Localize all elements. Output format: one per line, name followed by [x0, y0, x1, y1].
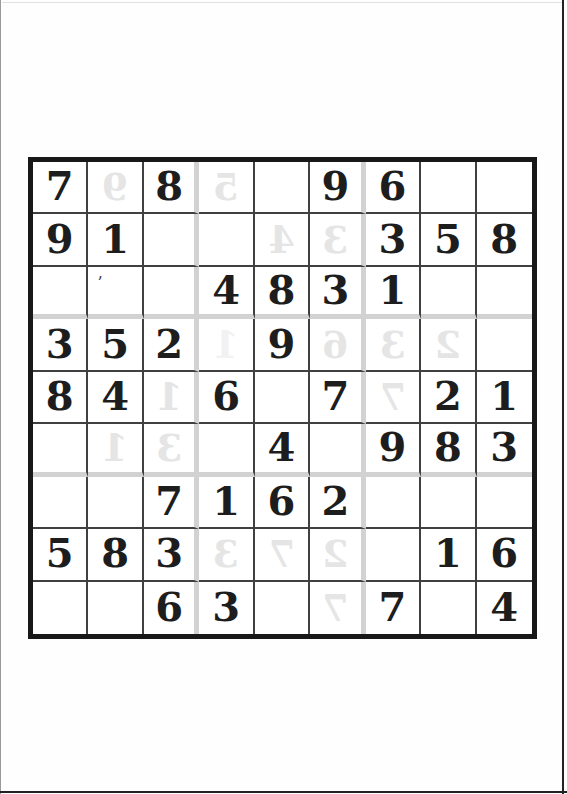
cell-r7c7[interactable]	[366, 477, 421, 529]
cell-r6c6[interactable]	[310, 424, 365, 476]
given-digit: 3	[46, 324, 74, 366]
cell-r6c2[interactable]: 1	[88, 424, 143, 476]
cell-r9c5[interactable]	[255, 582, 310, 634]
given-digit: 3	[155, 533, 183, 575]
cell-r9c4[interactable]: 3	[199, 582, 254, 634]
given-digit: 2	[434, 376, 462, 418]
cell-r4c9[interactable]	[477, 319, 532, 371]
cell-r6c8[interactable]: 8	[421, 424, 476, 476]
cell-r5c8[interactable]: 2	[421, 372, 476, 424]
cell-r2c9[interactable]: 8	[477, 214, 532, 266]
scanned-page: 7985969143358’48313521963284167721134983…	[0, 0, 567, 794]
given-digit: 1	[378, 270, 406, 312]
cell-r1c8[interactable]	[421, 162, 476, 214]
sudoku-board: 7985969143358’48313521963284167721134983…	[28, 157, 537, 639]
given-digit: 6	[378, 166, 406, 208]
ghost-showthrough-digit: 9	[88, 162, 141, 212]
cell-r4c8[interactable]: 2	[421, 319, 476, 371]
cell-r4c5[interactable]: 9	[255, 319, 310, 371]
given-digit: 7	[378, 587, 406, 629]
given-digit: 5	[46, 533, 74, 575]
cell-r9c3[interactable]: 6	[144, 582, 199, 634]
given-digit: 8	[101, 533, 129, 575]
cell-r4c1[interactable]: 3	[33, 319, 88, 371]
cell-r3c2[interactable]: ’	[88, 267, 143, 319]
given-digit: 6	[268, 481, 296, 523]
cell-r2c5[interactable]: 4	[255, 214, 310, 266]
cell-r2c1[interactable]: 9	[33, 214, 88, 266]
cell-r7c6[interactable]: 2	[310, 477, 365, 529]
given-digit: 8	[434, 427, 462, 469]
given-digit: 3	[490, 427, 518, 469]
given-digit: 3	[322, 270, 350, 312]
cell-r3c5[interactable]: 8	[255, 267, 310, 319]
cell-r2c2[interactable]: 1	[88, 214, 143, 266]
cell-r3c3[interactable]	[144, 267, 199, 319]
cell-r6c7[interactable]: 9	[366, 424, 421, 476]
cell-r9c7[interactable]: 7	[366, 582, 421, 634]
given-digit: 6	[212, 376, 240, 418]
cell-r6c3[interactable]: 3	[144, 424, 199, 476]
cell-r9c2[interactable]	[88, 582, 143, 634]
ghost-showthrough-digit: 4	[255, 214, 308, 264]
cell-r5c2[interactable]: 4	[88, 372, 143, 424]
cell-r5c6[interactable]: 7	[310, 372, 365, 424]
given-digit: 7	[322, 376, 350, 418]
ghost-showthrough-digit: 2	[421, 319, 474, 369]
ghost-showthrough-digit: 7	[310, 582, 360, 634]
given-digit: 3	[378, 219, 406, 261]
cell-r3c7[interactable]: 1	[366, 267, 421, 319]
cell-r7c1[interactable]	[33, 477, 88, 529]
cell-r7c9[interactable]	[477, 477, 532, 529]
ghost-showthrough-digit: 3	[310, 214, 360, 264]
cell-r5c1[interactable]: 8	[33, 372, 88, 424]
cell-r6c9[interactable]: 3	[477, 424, 532, 476]
cell-r7c2[interactable]	[88, 477, 143, 529]
ghost-showthrough-digit: 3	[144, 424, 194, 471]
given-digit: 9	[46, 219, 74, 261]
ghost-showthrough-digit: 6	[310, 319, 360, 369]
stray-ink-mark: ’	[97, 275, 102, 291]
page-edge-right	[562, 0, 564, 794]
cell-r1c9[interactable]	[477, 162, 532, 214]
cell-r8c1[interactable]: 5	[33, 529, 88, 581]
given-digit: 2	[155, 324, 183, 366]
given-digit: 4	[268, 427, 296, 469]
cell-r2c6[interactable]: 3	[310, 214, 365, 266]
ghost-showthrough-digit: 7	[255, 529, 308, 579]
cell-r3c1[interactable]	[33, 267, 88, 319]
cell-r6c4[interactable]	[199, 424, 254, 476]
given-digit: 7	[155, 481, 183, 523]
given-digit: 2	[322, 481, 350, 523]
cell-r3c8[interactable]	[421, 267, 476, 319]
cell-r4c6[interactable]: 6	[310, 319, 365, 371]
cell-r8c7[interactable]	[366, 529, 421, 581]
given-digit: 9	[268, 324, 296, 366]
cell-r1c3[interactable]: 8	[144, 162, 199, 214]
given-digit: 8	[490, 219, 518, 261]
given-digit: 1	[101, 219, 129, 261]
cell-r3c9[interactable]	[477, 267, 532, 319]
cell-r5c3[interactable]: 1	[144, 372, 199, 424]
cell-r8c6[interactable]: 2	[310, 529, 365, 581]
page-edge-left	[0, 0, 1, 794]
cell-r1c1[interactable]: 7	[33, 162, 88, 214]
cell-r8c5[interactable]: 7	[255, 529, 310, 581]
cell-r1c5[interactable]	[255, 162, 310, 214]
given-digit: 5	[101, 324, 129, 366]
given-digit: 5	[434, 219, 462, 261]
given-digit: 1	[434, 533, 462, 575]
cell-r5c5[interactable]	[255, 372, 310, 424]
ghost-showthrough-digit: 2	[310, 529, 360, 579]
cell-r9c1[interactable]	[33, 582, 88, 634]
cell-r8c4[interactable]: 3	[199, 529, 254, 581]
cell-r7c5[interactable]: 6	[255, 477, 310, 529]
cell-r5c4[interactable]: 6	[199, 372, 254, 424]
page-edge-bottom	[0, 791, 567, 793]
cell-r9c9[interactable]: 4	[477, 582, 532, 634]
cell-r6c1[interactable]	[33, 424, 88, 476]
cell-r9c6[interactable]: 7	[310, 582, 365, 634]
given-digit: 8	[155, 166, 183, 208]
cell-r3c4[interactable]: 4	[199, 267, 254, 319]
given-digit: 8	[46, 376, 74, 418]
cell-r4c4[interactable]: 1	[199, 319, 254, 371]
given-digit: 6	[490, 533, 518, 575]
cell-r2c4[interactable]	[199, 214, 254, 266]
cell-r8c3[interactable]: 3	[144, 529, 199, 581]
cell-r2c3[interactable]	[144, 214, 199, 266]
cell-r6c5[interactable]: 4	[255, 424, 310, 476]
given-digit: 4	[101, 376, 129, 418]
ghost-showthrough-digit: 3	[366, 319, 419, 369]
cell-r5c7[interactable]: 7	[366, 372, 421, 424]
given-digit: 4	[212, 270, 240, 312]
cell-r5c9[interactable]: 1	[477, 372, 532, 424]
cell-r3c6[interactable]: 3	[310, 267, 365, 319]
given-digit: 8	[268, 270, 296, 312]
cell-r4c3[interactable]: 2	[144, 319, 199, 371]
given-digit: 9	[322, 166, 350, 208]
cell-r8c9[interactable]: 6	[477, 529, 532, 581]
cell-r7c3[interactable]: 7	[144, 477, 199, 529]
ghost-showthrough-digit: 1	[88, 424, 141, 471]
ghost-showthrough-digit: 3	[199, 529, 252, 579]
ghost-showthrough-digit: 1	[144, 372, 194, 422]
cell-r2c7[interactable]: 3	[366, 214, 421, 266]
ghost-showthrough-digit: 1	[199, 319, 252, 369]
cell-r9c8[interactable]	[421, 582, 476, 634]
cell-r4c7[interactable]: 3	[366, 319, 421, 371]
cell-r1c4[interactable]: 5	[199, 162, 254, 214]
cell-r8c8[interactable]: 1	[421, 529, 476, 581]
cell-r8c2[interactable]: 8	[88, 529, 143, 581]
cell-r1c7[interactable]: 6	[366, 162, 421, 214]
cell-r1c2[interactable]: 9	[88, 162, 143, 214]
given-digit: 6	[155, 587, 183, 629]
given-digit: 9	[378, 427, 406, 469]
cell-r4c2[interactable]: 5	[88, 319, 143, 371]
page-edge-top	[2, 2, 562, 3]
cell-r1c6[interactable]: 9	[310, 162, 365, 214]
cell-r2c8[interactable]: 5	[421, 214, 476, 266]
ghost-showthrough-digit: 7	[366, 372, 419, 422]
cell-r7c8[interactable]	[421, 477, 476, 529]
given-digit: 4	[490, 587, 518, 629]
given-digit: 7	[46, 166, 74, 208]
ghost-showthrough-digit: 5	[199, 162, 252, 212]
given-digit: 3	[212, 587, 240, 629]
cell-r7c4[interactable]: 1	[199, 477, 254, 529]
given-digit: 1	[212, 481, 240, 523]
given-digit: 1	[490, 376, 518, 418]
